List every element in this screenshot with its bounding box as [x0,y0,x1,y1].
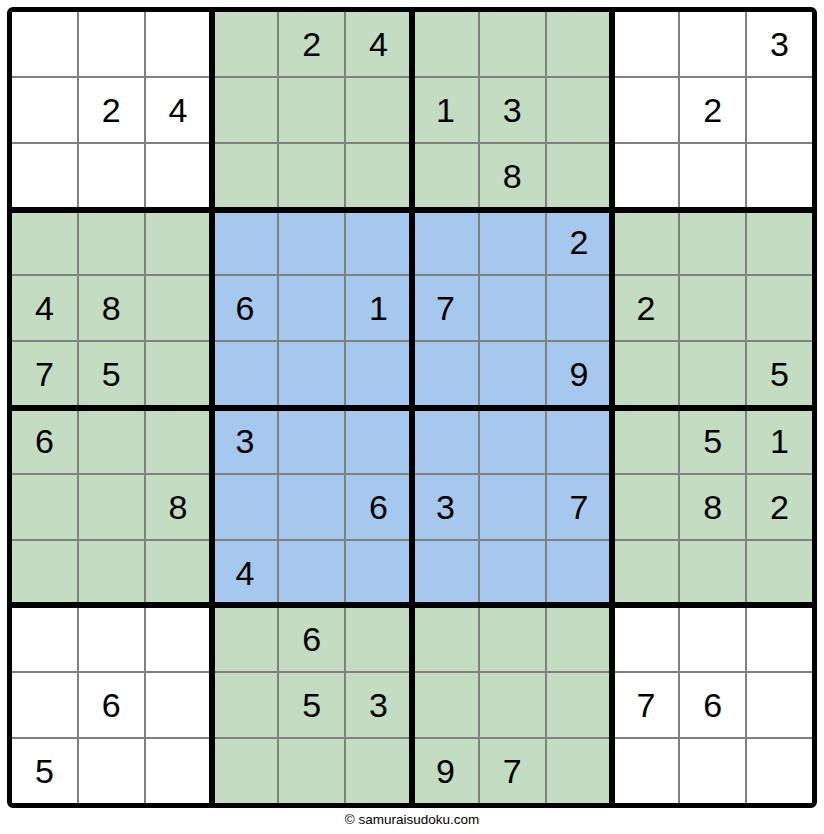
cell-r7c2[interactable] [79,409,144,473]
cell-r2c10[interactable] [614,78,679,142]
cell-r7c7[interactable] [413,409,478,473]
given-digit: 4 [169,93,188,127]
cell-r11c2[interactable]: 6 [79,673,144,737]
cell-r3c7[interactable] [413,144,478,208]
cell-r1c11[interactable] [680,12,745,76]
cell-r6c10[interactable] [614,342,679,406]
cell-r5c4[interactable]: 6 [213,276,278,340]
cell-r8c3[interactable]: 8 [146,475,211,539]
cell-r2c2[interactable]: 2 [79,78,144,142]
cell-r12c11[interactable] [680,739,745,803]
cell-r8c10[interactable] [614,475,679,539]
cell-r7c12[interactable]: 1 [747,409,812,473]
cell-r5c11[interactable] [680,276,745,340]
cell-r6c1[interactable]: 7 [12,342,77,406]
cell-r8c1[interactable] [12,475,77,539]
given-digit: 6 [703,688,722,722]
given-digit: 6 [102,688,121,722]
cell-r7c4[interactable]: 3 [213,409,278,473]
given-digit: 8 [102,291,121,325]
given-digit: 3 [369,688,388,722]
given-digit: 1 [369,291,388,325]
cell-r6c5[interactable] [279,342,344,406]
cell-r11c7[interactable] [413,673,478,737]
cell-r7c9[interactable] [547,409,612,473]
given-digit: 8 [703,490,722,524]
cell-r9c11[interactable] [680,541,745,605]
given-digit: 1 [770,424,789,458]
block-divider-horizontal-1 [10,207,814,213]
cell-r1c4[interactable] [213,12,278,76]
cell-r7c1[interactable]: 6 [12,409,77,473]
cell-r6c7[interactable] [413,342,478,406]
cell-r10c4[interactable] [213,607,278,671]
given-digit: 7 [503,754,522,788]
cell-r4c7[interactable] [413,210,478,274]
given-digit: 5 [35,754,54,788]
cell-r4c5[interactable] [279,210,344,274]
cell-r9c5[interactable] [279,541,344,605]
cell-r10c9[interactable] [547,607,612,671]
cell-r11c12[interactable] [747,673,812,737]
cell-r1c8[interactable] [480,12,545,76]
cell-r6c8[interactable] [480,342,545,406]
cell-r8c4[interactable] [213,475,278,539]
cell-r8c9[interactable]: 7 [547,475,612,539]
cell-r2c11[interactable]: 2 [680,78,745,142]
cell-r4c6[interactable] [346,210,411,274]
given-digit: 3 [503,93,522,127]
cell-r12c3[interactable] [146,739,211,803]
cell-r10c6[interactable] [346,607,411,671]
cell-r4c10[interactable] [614,210,679,274]
given-digit: 5 [102,357,121,391]
cell-r3c12[interactable] [747,144,812,208]
cell-r2c5[interactable] [279,78,344,142]
given-digit: 6 [369,490,388,524]
cell-r4c9[interactable]: 2 [547,210,612,274]
cell-r2c8[interactable]: 3 [480,78,545,142]
cell-r4c4[interactable] [213,210,278,274]
cell-r4c1[interactable] [12,210,77,274]
cell-r10c11[interactable] [680,607,745,671]
cell-r2c7[interactable]: 1 [413,78,478,142]
cell-r8c7[interactable]: 3 [413,475,478,539]
cell-r5c9[interactable] [547,276,612,340]
cell-r9c1[interactable] [12,541,77,605]
cell-r11c3[interactable] [146,673,211,737]
given-digit: 8 [503,159,522,193]
cell-r9c2[interactable] [79,541,144,605]
cell-r12c9[interactable] [547,739,612,803]
cell-r8c5[interactable] [279,475,344,539]
cell-r6c3[interactable] [146,342,211,406]
cell-r7c11[interactable]: 5 [680,409,745,473]
given-digit: 7 [636,688,655,722]
cell-r2c3[interactable]: 4 [146,78,211,142]
cell-r2c6[interactable] [346,78,411,142]
cell-r11c5[interactable]: 5 [279,673,344,737]
cell-r9c10[interactable] [614,541,679,605]
cell-r6c2[interactable]: 5 [79,342,144,406]
cell-r1c1[interactable] [12,12,77,76]
cell-r8c12[interactable]: 2 [747,475,812,539]
cell-r5c12[interactable] [747,276,812,340]
cell-r5c3[interactable] [146,276,211,340]
given-digit: 5 [302,688,321,722]
cell-r1c9[interactable] [547,12,612,76]
cell-r5c10[interactable]: 2 [614,276,679,340]
cell-r4c3[interactable] [146,210,211,274]
block-divider-horizontal-2 [10,405,814,411]
given-digit: 7 [570,490,589,524]
given-digit: 1 [436,93,455,127]
cell-r11c9[interactable] [547,673,612,737]
cell-r4c8[interactable] [480,210,545,274]
given-digit: 9 [436,754,455,788]
cell-r9c6[interactable] [346,541,411,605]
given-digit: 8 [169,490,188,524]
cell-r10c2[interactable] [79,607,144,671]
cell-r11c11[interactable]: 6 [680,673,745,737]
copyright-caption: © samuraisudoku.com [0,812,824,827]
given-digit: 5 [770,357,789,391]
cell-r3c3[interactable] [146,144,211,208]
given-digit: 6 [35,424,54,458]
cell-r8c11[interactable]: 8 [680,475,745,539]
cell-r6c11[interactable] [680,342,745,406]
cell-r2c12[interactable] [747,78,812,142]
cell-r8c8[interactable] [480,475,545,539]
cell-r9c9[interactable] [547,541,612,605]
cell-r12c8[interactable]: 7 [480,739,545,803]
cell-r12c7[interactable]: 9 [413,739,478,803]
cell-r6c6[interactable] [346,342,411,406]
cell-r10c1[interactable] [12,607,77,671]
given-digit: 2 [570,225,589,259]
given-digit: 4 [235,556,254,590]
cell-r4c11[interactable] [680,210,745,274]
cell-r3c8[interactable]: 8 [480,144,545,208]
given-digit: 2 [636,291,655,325]
cell-r1c3[interactable] [146,12,211,76]
given-digit: 9 [570,357,589,391]
given-digit: 2 [770,490,789,524]
cell-r7c5[interactable] [279,409,344,473]
cell-r3c1[interactable] [12,144,77,208]
cell-r3c6[interactable] [346,144,411,208]
cell-r2c9[interactable] [547,78,612,142]
cell-r11c1[interactable] [12,673,77,737]
cell-r7c3[interactable] [146,409,211,473]
cell-r11c10[interactable]: 7 [614,673,679,737]
cell-r10c12[interactable] [747,607,812,671]
cell-r11c6[interactable]: 3 [346,673,411,737]
cell-r9c4[interactable]: 4 [213,541,278,605]
cell-r4c12[interactable] [747,210,812,274]
cell-r1c10[interactable] [614,12,679,76]
cell-r5c5[interactable] [279,276,344,340]
cell-r11c8[interactable] [480,673,545,737]
cell-r11c4[interactable] [213,673,278,737]
cell-r12c10[interactable] [614,739,679,803]
cell-r9c3[interactable] [146,541,211,605]
given-digit: 4 [369,27,388,61]
given-digit: 3 [770,27,789,61]
cell-r3c10[interactable] [614,144,679,208]
cell-r7c10[interactable] [614,409,679,473]
given-digit: 7 [35,357,54,391]
cell-r1c2[interactable] [79,12,144,76]
cell-r9c12[interactable] [747,541,812,605]
cell-r12c2[interactable] [79,739,144,803]
cell-r12c1[interactable]: 5 [12,739,77,803]
block-divider-horizontal-3 [10,602,814,608]
given-digit: 7 [436,291,455,325]
cell-r10c3[interactable] [146,607,211,671]
given-digit: 2 [703,93,722,127]
cell-r1c12[interactable]: 3 [747,12,812,76]
cell-r5c7[interactable]: 7 [413,276,478,340]
given-digit: 2 [302,27,321,61]
given-digit: 3 [235,424,254,458]
cell-r1c7[interactable] [413,12,478,76]
cell-r9c8[interactable] [480,541,545,605]
given-digit: 6 [302,622,321,656]
cell-r6c4[interactable] [213,342,278,406]
cell-r10c7[interactable] [413,607,478,671]
cell-r5c1[interactable]: 4 [12,276,77,340]
cell-r1c6[interactable]: 4 [346,12,411,76]
cell-r3c11[interactable] [680,144,745,208]
cell-r3c9[interactable] [547,144,612,208]
cell-r9c7[interactable] [413,541,478,605]
cell-r7c8[interactable] [480,409,545,473]
cell-r8c2[interactable] [79,475,144,539]
cell-r10c5[interactable]: 6 [279,607,344,671]
cell-r8c6[interactable]: 6 [346,475,411,539]
cell-r4c2[interactable] [79,210,144,274]
given-digit: 6 [235,291,254,325]
cell-r10c8[interactable] [480,607,545,671]
given-digit: 3 [436,490,455,524]
cell-r2c4[interactable] [213,78,278,142]
given-digit: 2 [102,93,121,127]
cell-r5c8[interactable] [480,276,545,340]
cell-r12c5[interactable] [279,739,344,803]
cell-r1c5[interactable]: 2 [279,12,344,76]
cell-r3c2[interactable] [79,144,144,208]
cell-r12c12[interactable] [747,739,812,803]
cell-r12c6[interactable] [346,739,411,803]
cell-r10c10[interactable] [614,607,679,671]
cell-r6c12[interactable]: 5 [747,342,812,406]
cell-r3c4[interactable] [213,144,278,208]
cell-r3c5[interactable] [279,144,344,208]
cell-r6c9[interactable]: 9 [547,342,612,406]
cell-r5c6[interactable]: 1 [346,276,411,340]
cell-r12c4[interactable] [213,739,278,803]
given-digit: 4 [35,291,54,325]
cell-r7c6[interactable] [346,409,411,473]
given-digit: 5 [703,424,722,458]
cell-r5c2[interactable]: 8 [79,276,144,340]
puzzle-board: 2432413282486172759563518637824665376597 [7,7,817,808]
cell-r2c1[interactable] [12,78,77,142]
